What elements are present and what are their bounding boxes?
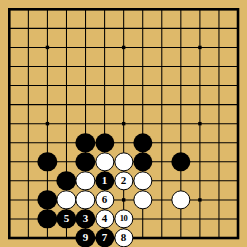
intersection[interactable] [19, 57, 38, 76]
intersection[interactable] [38, 38, 57, 57]
white-stone: 10 [114, 209, 133, 228]
intersection[interactable]: 1 [95, 171, 114, 190]
intersection[interactable] [38, 57, 57, 76]
black-stone [76, 152, 95, 171]
intersection[interactable] [209, 228, 228, 247]
intersection[interactable] [19, 76, 38, 95]
intersection[interactable] [171, 38, 190, 57]
intersection[interactable] [209, 190, 228, 209]
intersection[interactable] [133, 57, 152, 76]
intersection[interactable] [152, 171, 171, 190]
intersection[interactable] [114, 0, 133, 19]
intersection[interactable] [190, 190, 209, 209]
white-stone [76, 171, 95, 190]
intersection[interactable] [114, 57, 133, 76]
black-stone [76, 133, 95, 152]
intersection[interactable] [152, 0, 171, 19]
intersection[interactable] [57, 228, 76, 247]
intersection[interactable] [38, 0, 57, 19]
intersection[interactable] [0, 209, 19, 228]
intersection[interactable] [152, 95, 171, 114]
intersection[interactable] [152, 57, 171, 76]
intersection[interactable] [228, 0, 247, 19]
black-stone: 3 [76, 209, 95, 228]
intersection[interactable] [228, 19, 247, 38]
move-number-label: 2 [121, 175, 127, 187]
intersection[interactable] [114, 114, 133, 133]
intersection[interactable] [114, 133, 133, 152]
intersection[interactable] [133, 76, 152, 95]
intersection[interactable] [114, 76, 133, 95]
intersection[interactable] [76, 57, 95, 76]
intersection[interactable] [19, 152, 38, 171]
intersection[interactable] [152, 190, 171, 209]
intersection[interactable] [0, 190, 19, 209]
intersection[interactable] [95, 95, 114, 114]
intersection[interactable] [38, 152, 57, 171]
intersection[interactable] [190, 152, 209, 171]
intersection[interactable] [0, 114, 19, 133]
move-number-label: 9 [83, 232, 89, 244]
intersection[interactable] [133, 152, 152, 171]
intersection[interactable] [95, 152, 114, 171]
intersection[interactable] [228, 209, 247, 228]
intersection[interactable] [57, 38, 76, 57]
intersection[interactable] [38, 228, 57, 247]
intersection[interactable] [38, 171, 57, 190]
white-stone [133, 171, 152, 190]
intersection[interactable] [114, 95, 133, 114]
intersection[interactable] [38, 190, 57, 209]
intersection[interactable] [114, 190, 133, 209]
black-stone [38, 152, 57, 171]
intersection[interactable] [228, 114, 247, 133]
intersection[interactable] [190, 133, 209, 152]
intersection[interactable]: 2 [114, 171, 133, 190]
intersection[interactable] [209, 0, 228, 19]
intersection[interactable] [171, 57, 190, 76]
intersection[interactable] [152, 209, 171, 228]
intersection[interactable] [95, 57, 114, 76]
intersection[interactable] [114, 19, 133, 38]
white-stone: 2 [114, 171, 133, 190]
move-number-label: 8 [121, 232, 127, 244]
intersection[interactable] [171, 152, 190, 171]
intersection[interactable] [228, 228, 247, 247]
white-stone [171, 190, 190, 209]
intersection[interactable] [228, 171, 247, 190]
move-number-label: 7 [102, 232, 108, 244]
intersection[interactable]: 5 [57, 209, 76, 228]
intersection[interactable] [0, 0, 19, 19]
intersection[interactable] [133, 0, 152, 19]
intersection[interactable] [190, 38, 209, 57]
intersection[interactable] [114, 152, 133, 171]
intersection[interactable] [209, 171, 228, 190]
intersection[interactable] [228, 38, 247, 57]
intersection[interactable] [209, 114, 228, 133]
intersection[interactable] [57, 57, 76, 76]
move-number-label: 1 [102, 175, 108, 187]
intersection[interactable] [133, 114, 152, 133]
intersection[interactable] [152, 38, 171, 57]
black-stone [95, 133, 114, 152]
intersection[interactable] [152, 228, 171, 247]
intersection[interactable] [57, 19, 76, 38]
intersection[interactable]: 7 [95, 228, 114, 247]
intersection[interactable] [57, 152, 76, 171]
intersection[interactable] [0, 152, 19, 171]
move-number-label: 3 [83, 213, 89, 225]
intersection[interactable] [209, 95, 228, 114]
intersection[interactable] [76, 133, 95, 152]
intersection[interactable] [76, 171, 95, 190]
intersection[interactable] [57, 133, 76, 152]
intersection[interactable] [38, 209, 57, 228]
black-stone: 9 [76, 228, 95, 247]
intersection[interactable] [57, 76, 76, 95]
go-board: 12653410978 [0, 0, 247, 247]
white-stone [114, 152, 133, 171]
intersection[interactable] [57, 0, 76, 19]
intersection[interactable] [76, 19, 95, 38]
intersection[interactable] [228, 190, 247, 209]
intersection[interactable] [38, 114, 57, 133]
intersection[interactable] [228, 57, 247, 76]
black-stone [38, 190, 57, 209]
intersection[interactable] [133, 19, 152, 38]
black-stone: 5 [57, 209, 76, 228]
white-stone: 8 [114, 228, 133, 247]
move-number-label: 4 [102, 213, 108, 225]
intersection[interactable] [95, 133, 114, 152]
intersection[interactable] [95, 38, 114, 57]
intersection[interactable] [0, 19, 19, 38]
intersection[interactable] [152, 114, 171, 133]
intersection[interactable] [228, 133, 247, 152]
intersection[interactable] [19, 190, 38, 209]
move-number-label: 10 [120, 214, 128, 223]
intersection[interactable] [19, 228, 38, 247]
intersection[interactable] [171, 0, 190, 19]
intersection[interactable] [57, 114, 76, 133]
intersection[interactable] [0, 57, 19, 76]
intersection[interactable] [19, 209, 38, 228]
black-stone [38, 209, 57, 228]
intersection[interactable] [171, 133, 190, 152]
black-stone [133, 133, 152, 152]
intersection[interactable] [228, 152, 247, 171]
black-stone [57, 171, 76, 190]
intersection[interactable] [133, 228, 152, 247]
intersection[interactable] [19, 19, 38, 38]
intersection[interactable] [190, 228, 209, 247]
intersection[interactable] [190, 209, 209, 228]
intersection[interactable] [0, 133, 19, 152]
intersection[interactable] [171, 114, 190, 133]
intersection[interactable] [95, 76, 114, 95]
intersection[interactable] [76, 152, 95, 171]
intersection[interactable] [190, 57, 209, 76]
intersection[interactable] [19, 133, 38, 152]
intersection[interactable] [133, 209, 152, 228]
intersection[interactable] [38, 133, 57, 152]
black-stone: 1 [95, 171, 114, 190]
white-stone [133, 190, 152, 209]
intersection[interactable] [228, 95, 247, 114]
intersection[interactable] [76, 76, 95, 95]
intersection[interactable] [38, 19, 57, 38]
intersection[interactable] [0, 95, 19, 114]
intersection[interactable]: 8 [114, 228, 133, 247]
white-stone [57, 190, 76, 209]
intersection[interactable] [76, 38, 95, 57]
intersection[interactable] [19, 0, 38, 19]
intersection[interactable] [38, 95, 57, 114]
intersection[interactable] [171, 209, 190, 228]
intersection[interactable] [190, 76, 209, 95]
white-stone: 6 [95, 190, 114, 209]
intersection[interactable] [209, 209, 228, 228]
intersection[interactable] [0, 228, 19, 247]
intersection[interactable]: 9 [76, 228, 95, 247]
intersection[interactable] [152, 133, 171, 152]
intersection[interactable] [95, 19, 114, 38]
intersection[interactable] [133, 133, 152, 152]
intersection[interactable] [209, 57, 228, 76]
black-stone: 7 [95, 228, 114, 247]
intersection[interactable] [19, 95, 38, 114]
intersection[interactable] [228, 76, 247, 95]
black-stone [171, 152, 190, 171]
intersection[interactable] [171, 95, 190, 114]
intersection[interactable] [190, 19, 209, 38]
intersection[interactable] [209, 38, 228, 57]
black-stone [133, 152, 152, 171]
intersection[interactable] [209, 76, 228, 95]
intersection[interactable] [19, 171, 38, 190]
intersection[interactable] [57, 190, 76, 209]
intersection[interactable] [57, 171, 76, 190]
intersection[interactable] [152, 76, 171, 95]
intersection[interactable] [171, 19, 190, 38]
white-stone: 4 [95, 209, 114, 228]
go-board-diagram: 12653410978 [0, 0, 247, 247]
intersection[interactable] [0, 171, 19, 190]
intersection[interactable] [57, 95, 76, 114]
intersection[interactable] [190, 171, 209, 190]
intersection[interactable] [171, 228, 190, 247]
intersection[interactable] [133, 171, 152, 190]
intersection[interactable] [133, 95, 152, 114]
intersection[interactable] [171, 171, 190, 190]
intersection[interactable] [95, 114, 114, 133]
intersection[interactable]: 3 [76, 209, 95, 228]
intersection[interactable] [152, 152, 171, 171]
white-stone [95, 152, 114, 171]
intersection[interactable] [76, 114, 95, 133]
intersection[interactable]: 4 [95, 209, 114, 228]
intersection[interactable] [95, 0, 114, 19]
intersection[interactable] [152, 19, 171, 38]
intersection[interactable] [133, 38, 152, 57]
intersection[interactable] [190, 0, 209, 19]
intersection[interactable] [190, 95, 209, 114]
intersection[interactable] [19, 38, 38, 57]
intersection[interactable] [76, 95, 95, 114]
intersection[interactable] [19, 114, 38, 133]
intersection[interactable] [209, 133, 228, 152]
intersection[interactable] [171, 76, 190, 95]
intersection[interactable]: 10 [114, 209, 133, 228]
intersection[interactable] [133, 190, 152, 209]
intersection[interactable] [0, 76, 19, 95]
move-number-label: 5 [64, 213, 70, 225]
intersection[interactable] [209, 19, 228, 38]
intersection[interactable] [209, 152, 228, 171]
intersection[interactable] [76, 190, 95, 209]
white-stone [76, 190, 95, 209]
intersection[interactable] [0, 38, 19, 57]
intersection[interactable] [76, 0, 95, 19]
move-number-label: 6 [102, 194, 108, 206]
intersection[interactable] [114, 38, 133, 57]
intersection[interactable] [38, 76, 57, 95]
intersection[interactable] [171, 190, 190, 209]
intersection[interactable]: 6 [95, 190, 114, 209]
intersection[interactable] [190, 114, 209, 133]
